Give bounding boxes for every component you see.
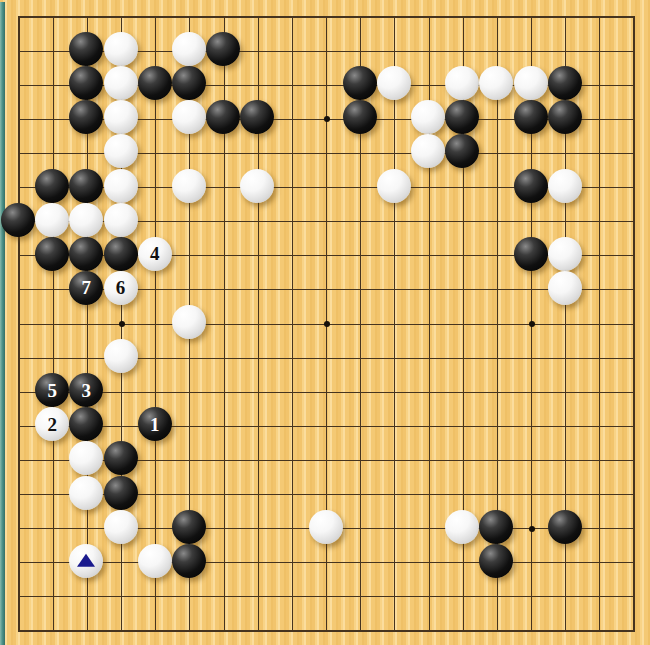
white-stone bbox=[445, 66, 479, 100]
move-number-label: 1 bbox=[138, 407, 172, 441]
black-stone bbox=[445, 134, 479, 168]
black-stone bbox=[1, 203, 35, 237]
black-stone bbox=[479, 544, 513, 578]
white-stone bbox=[69, 203, 103, 237]
white-stone bbox=[548, 169, 582, 203]
black-stone bbox=[35, 237, 69, 271]
white-stone bbox=[104, 134, 138, 168]
grid-line-horizontal bbox=[18, 630, 635, 632]
white-stone bbox=[172, 32, 206, 66]
black-stone bbox=[69, 66, 103, 100]
white-stone bbox=[104, 339, 138, 373]
black-stone bbox=[514, 237, 548, 271]
white-stone bbox=[104, 203, 138, 237]
go-board[interactable]: 4765321 bbox=[0, 0, 650, 645]
black-stone bbox=[69, 32, 103, 66]
black-stone bbox=[343, 66, 377, 100]
star-point bbox=[529, 321, 535, 327]
white-stone bbox=[377, 169, 411, 203]
black-stone bbox=[240, 100, 274, 134]
white-stone bbox=[514, 66, 548, 100]
black-stone bbox=[343, 100, 377, 134]
grid-line-horizontal bbox=[18, 392, 635, 393]
grid-line-vertical bbox=[633, 16, 635, 632]
black-stone bbox=[514, 100, 548, 134]
grid-line-horizontal bbox=[18, 426, 635, 427]
go-board-screenshot: 4765321 bbox=[0, 0, 650, 645]
white-stone bbox=[69, 476, 103, 510]
white-stone bbox=[104, 32, 138, 66]
black-stone bbox=[172, 510, 206, 544]
white-stone bbox=[411, 100, 445, 134]
black-stone bbox=[548, 66, 582, 100]
white-stone bbox=[172, 169, 206, 203]
black-stone: 1 bbox=[138, 407, 172, 441]
white-stone bbox=[479, 66, 513, 100]
white-stone bbox=[445, 510, 479, 544]
white-stone bbox=[69, 441, 103, 475]
black-stone bbox=[206, 32, 240, 66]
triangle-marker bbox=[77, 553, 95, 566]
black-stone bbox=[104, 476, 138, 510]
star-point bbox=[529, 526, 535, 532]
white-stone: 4 bbox=[138, 237, 172, 271]
black-stone bbox=[206, 100, 240, 134]
black-stone bbox=[69, 100, 103, 134]
move-number-label: 6 bbox=[104, 271, 138, 305]
black-stone bbox=[445, 100, 479, 134]
white-stone bbox=[172, 100, 206, 134]
black-stone: 5 bbox=[35, 373, 69, 407]
grid-line-horizontal bbox=[18, 562, 635, 563]
black-stone bbox=[69, 407, 103, 441]
black-stone bbox=[479, 510, 513, 544]
white-stone bbox=[309, 510, 343, 544]
black-stone: 3 bbox=[69, 373, 103, 407]
white-stone bbox=[138, 544, 172, 578]
white-stone bbox=[548, 271, 582, 305]
move-number-label: 5 bbox=[35, 373, 69, 407]
move-number-label: 7 bbox=[69, 271, 103, 305]
white-stone bbox=[69, 544, 103, 578]
white-stone bbox=[172, 305, 206, 339]
grid-line-vertical bbox=[599, 16, 600, 632]
move-number-label: 2 bbox=[35, 407, 69, 441]
star-point bbox=[119, 321, 125, 327]
black-stone bbox=[138, 66, 172, 100]
white-stone: 6 bbox=[104, 271, 138, 305]
white-stone bbox=[104, 169, 138, 203]
black-stone bbox=[548, 100, 582, 134]
black-stone bbox=[69, 237, 103, 271]
black-stone: 7 bbox=[69, 271, 103, 305]
white-stone bbox=[240, 169, 274, 203]
move-number-label: 4 bbox=[138, 237, 172, 271]
black-stone bbox=[548, 510, 582, 544]
black-stone bbox=[514, 169, 548, 203]
black-stone bbox=[172, 544, 206, 578]
white-stone bbox=[411, 134, 445, 168]
black-stone bbox=[172, 66, 206, 100]
black-stone bbox=[35, 169, 69, 203]
grid-line-vertical bbox=[394, 16, 395, 632]
star-point bbox=[324, 321, 330, 327]
black-stone bbox=[104, 441, 138, 475]
white-stone bbox=[35, 203, 69, 237]
white-stone: 2 bbox=[35, 407, 69, 441]
move-number-label: 3 bbox=[69, 373, 103, 407]
white-stone bbox=[377, 66, 411, 100]
star-point bbox=[324, 116, 330, 122]
white-stone bbox=[548, 237, 582, 271]
black-stone bbox=[104, 237, 138, 271]
white-stone bbox=[104, 66, 138, 100]
white-stone bbox=[104, 100, 138, 134]
black-stone bbox=[69, 169, 103, 203]
grid-line-horizontal bbox=[18, 596, 635, 597]
white-stone bbox=[104, 510, 138, 544]
